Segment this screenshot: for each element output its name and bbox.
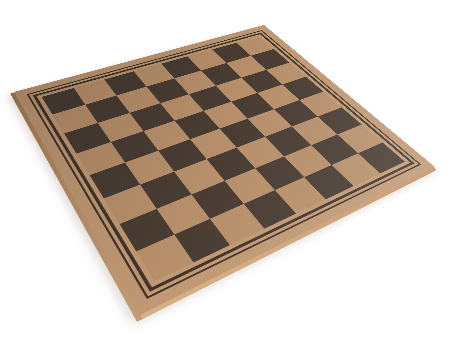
- product-photo: [0, 0, 450, 338]
- chess-board: [14, 25, 435, 315]
